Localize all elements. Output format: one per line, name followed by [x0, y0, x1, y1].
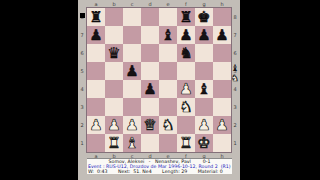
square-a6[interactable]	[87, 44, 105, 62]
square-b4[interactable]	[105, 80, 123, 98]
square-e5[interactable]	[159, 62, 177, 80]
rank-label-1: 1	[79, 134, 85, 152]
square-a8[interactable]: ♜	[87, 8, 105, 26]
square-c2[interactable]: ♟	[123, 116, 141, 134]
black-pawn-f7: ♟	[179, 26, 192, 44]
square-g4[interactable]: ♝	[195, 80, 213, 98]
square-g2[interactable]: ♟	[195, 116, 213, 134]
square-b7[interactable]	[105, 26, 123, 44]
square-d2[interactable]: ♛	[141, 116, 159, 134]
square-a2[interactable]: ♟	[87, 116, 105, 134]
square-a1[interactable]	[87, 134, 105, 152]
square-f3[interactable]: ♞	[177, 98, 195, 116]
white-pawn-h2: ♟	[215, 116, 228, 134]
white-pawn-b2: ♟	[107, 116, 120, 134]
square-h3[interactable]	[213, 98, 231, 116]
square-h6[interactable]	[213, 44, 231, 62]
square-d5[interactable]	[141, 62, 159, 80]
white-rook-b1: ♜	[107, 134, 120, 152]
square-h1[interactable]	[213, 134, 231, 152]
white-pawn-c2: ♟	[125, 116, 138, 134]
square-f1[interactable]: ♜	[177, 134, 195, 152]
square-g7[interactable]: ♟	[195, 26, 213, 44]
rank-labels-left: 87654321	[79, 8, 85, 152]
rank-label-8: 8	[232, 8, 238, 26]
black-pawn-h7: ♟	[215, 26, 228, 44]
chess-program-capture: abcdefgh 87654321 ♜♜♚♟♝♟♟♟♛♞♟♟♟♝♞♟♟♟♛♞♟♟…	[78, 0, 240, 180]
letterboxed-stage: abcdefgh 87654321 ♜♜♚♟♝♟♟♟♛♞♟♟♟♝♞♟♟♟♛♞♟♟…	[0, 0, 320, 180]
rank-label-7: 7	[79, 26, 85, 44]
rank-label-6: 6	[232, 44, 238, 62]
white-pawn-a2: ♟	[89, 116, 102, 134]
black-bishop-g4: ♝	[197, 80, 210, 98]
black-rook-f8: ♜	[179, 8, 192, 26]
square-b5[interactable]	[105, 62, 123, 80]
black-rook-a8: ♜	[89, 8, 102, 26]
rank-label-3: 3	[232, 98, 238, 116]
square-d7[interactable]	[141, 26, 159, 44]
square-f7[interactable]: ♟	[177, 26, 195, 44]
square-g1[interactable]: ♚	[195, 134, 213, 152]
black-king-g8: ♚	[197, 8, 210, 26]
rank-label-6: 6	[79, 44, 85, 62]
square-e8[interactable]	[159, 8, 177, 26]
white-knight-material-icon: ♞	[231, 73, 240, 83]
black-bishop-e7: ♝	[161, 26, 174, 44]
square-c3[interactable]	[123, 98, 141, 116]
square-g3[interactable]	[195, 98, 213, 116]
square-f8[interactable]: ♜	[177, 8, 195, 26]
square-b2[interactable]: ♟	[105, 116, 123, 134]
square-e4[interactable]	[159, 80, 177, 98]
square-f6[interactable]: ♞	[177, 44, 195, 62]
chess-board: ♜♜♚♟♝♟♟♟♛♞♟♟♟♝♞♟♟♟♛♞♟♟♜♝♜♚	[87, 8, 231, 152]
rank-label-7: 7	[232, 26, 238, 44]
square-e3[interactable]	[159, 98, 177, 116]
square-c1[interactable]: ♝	[123, 134, 141, 152]
square-c6[interactable]	[123, 44, 141, 62]
material-imbalance-indicator: ♝ ♞	[231, 63, 240, 83]
square-d4[interactable]: ♟	[141, 80, 159, 98]
rank-label-2: 2	[232, 116, 238, 134]
black-to-move-indicator	[80, 13, 85, 18]
board-frame: ♜♜♚♟♝♟♟♟♛♞♟♟♟♝♞♟♟♟♛♞♟♟♜♝♜♚	[86, 7, 232, 153]
square-e6[interactable]	[159, 44, 177, 62]
white-queen-d2: ♛	[143, 116, 156, 134]
black-bishop-material-icon: ♝	[231, 63, 240, 73]
square-c4[interactable]	[123, 80, 141, 98]
square-b3[interactable]	[105, 98, 123, 116]
black-queen-b6: ♛	[107, 44, 120, 62]
white-pawn-f4: ♟	[179, 80, 192, 98]
square-d6[interactable]	[141, 44, 159, 62]
white-pawn-g2: ♟	[197, 116, 210, 134]
status-info: W: 0:43 Next: 51. Ne4 Length: 29 Materia…	[87, 169, 232, 174]
white-knight-e2: ♞	[161, 116, 174, 134]
rank-label-3: 3	[79, 98, 85, 116]
square-a5[interactable]	[87, 62, 105, 80]
square-a7[interactable]: ♟	[87, 26, 105, 44]
rank-label-4: 4	[79, 80, 85, 98]
square-g6[interactable]	[195, 44, 213, 62]
rank-label-2: 2	[79, 116, 85, 134]
white-king-g1: ♚	[197, 134, 210, 152]
square-f5[interactable]	[177, 62, 195, 80]
rank-label-1: 1	[232, 134, 238, 152]
square-g5[interactable]	[195, 62, 213, 80]
game-caption: Somov, Aleksei - Nenashev, Pavl 0-1 Even…	[87, 158, 232, 174]
square-d1[interactable]	[141, 134, 159, 152]
square-c5[interactable]: ♟	[123, 62, 141, 80]
square-h2[interactable]: ♟	[213, 116, 231, 134]
square-h5[interactable]	[213, 62, 231, 80]
square-g8[interactable]: ♚	[195, 8, 213, 26]
square-a3[interactable]	[87, 98, 105, 116]
square-b1[interactable]: ♜	[105, 134, 123, 152]
square-e1[interactable]	[159, 134, 177, 152]
square-d8[interactable]	[141, 8, 159, 26]
square-c7[interactable]	[123, 26, 141, 44]
black-pawn-a7: ♟	[89, 26, 102, 44]
square-h8[interactable]	[213, 8, 231, 26]
square-f2[interactable]	[177, 116, 195, 134]
square-b8[interactable]	[105, 8, 123, 26]
black-pawn-g7: ♟	[197, 26, 210, 44]
black-pawn-d4: ♟	[143, 80, 156, 98]
white-bishop-c1: ♝	[125, 134, 138, 152]
square-b6[interactable]: ♛	[105, 44, 123, 62]
square-h4[interactable]	[213, 80, 231, 98]
square-h7[interactable]: ♟	[213, 26, 231, 44]
square-e2[interactable]: ♞	[159, 116, 177, 134]
square-c8[interactable]	[123, 8, 141, 26]
white-knight-f3: ♞	[179, 98, 192, 116]
square-f4[interactable]: ♟	[177, 80, 195, 98]
square-a4[interactable]	[87, 80, 105, 98]
white-rook-f1: ♜	[179, 134, 192, 152]
rank-label-5: 5	[79, 62, 85, 80]
square-d3[interactable]	[141, 98, 159, 116]
black-pawn-c5: ♟	[125, 62, 138, 80]
square-e7[interactable]: ♝	[159, 26, 177, 44]
black-knight-f6: ♞	[179, 44, 192, 62]
